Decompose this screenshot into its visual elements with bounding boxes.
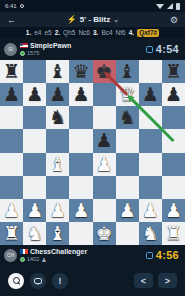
back-arrow-icon[interactable]: ← [7, 15, 16, 25]
square-h6[interactable] [162, 106, 185, 129]
player-row-bottom: CH ChessChallenger 1402 ♟ 4:56 [0, 245, 185, 265]
piece-wp-f2[interactable]: ♟ [119, 201, 136, 220]
player-name[interactable]: SimplePawn [30, 42, 71, 49]
square-h1[interactable]: ♜ [162, 222, 185, 245]
square-b7[interactable]: ♟ [23, 83, 46, 106]
clock-bottom: 4:56 [156, 249, 179, 261]
square-h3[interactable] [162, 176, 185, 199]
move-token[interactable]: Qxf7# [137, 29, 159, 37]
move-token[interactable]: Bc4 [101, 29, 112, 36]
move-token[interactable]: e5 [44, 29, 51, 36]
piece-wp-b2[interactable]: ♟ [26, 201, 43, 220]
square-g2[interactable]: ♟ [139, 199, 162, 222]
square-b1[interactable]: ♞ [23, 222, 46, 245]
square-f2[interactable]: ♟ [116, 199, 139, 222]
chat-bubble-icon [34, 278, 42, 284]
square-c6[interactable]: ♞ [46, 106, 69, 129]
square-d1[interactable] [69, 222, 92, 245]
square-a4[interactable] [0, 153, 23, 176]
piece-br-h8[interactable]: ♜ [165, 62, 182, 81]
magnifier-icon [13, 277, 20, 284]
square-f5[interactable] [116, 129, 139, 152]
player-rating: 1575 [27, 50, 39, 56]
piece-bp-e5[interactable]: ♟ [96, 131, 113, 150]
square-e5[interactable]: ♟ [93, 129, 116, 152]
square-d5[interactable] [69, 129, 92, 152]
square-g6[interactable] [139, 106, 162, 129]
move-token[interactable]: Qh5 [63, 29, 75, 36]
square-e7[interactable] [93, 83, 116, 106]
square-g8[interactable] [139, 60, 162, 83]
fr-flag-icon [20, 249, 28, 254]
piece-wb-c4[interactable]: ♝ [49, 155, 66, 174]
square-c4[interactable]: ♝ [46, 153, 69, 176]
blitz-lightning-icon: ⚡ [67, 15, 77, 24]
notification-icon [20, 4, 24, 8]
alert-button[interactable]: ! [52, 273, 68, 289]
piece-bp-g7[interactable]: ♟ [142, 85, 159, 104]
piece-bp-a7[interactable]: ♟ [3, 85, 20, 104]
square-h5[interactable] [162, 129, 185, 152]
square-c7[interactable]: ♟ [46, 83, 69, 106]
square-h2[interactable]: ♟ [162, 199, 185, 222]
piece-wn-b1[interactable]: ♞ [26, 224, 43, 243]
move-token[interactable]: e4 [34, 29, 41, 36]
clock-icon [146, 252, 153, 259]
square-g1[interactable]: ♞ [139, 222, 162, 245]
move-token[interactable]: 4. [129, 29, 134, 36]
chevron-down-icon: ⌄ [113, 16, 119, 24]
piece-wn-g1[interactable]: ♞ [142, 224, 159, 243]
move-token[interactable]: 3. [93, 29, 98, 36]
game-title-label: 5' - Blitz [80, 15, 110, 24]
move-list: 1.e4e52.Qh5Nc63.Bc4Nf64.Qxf7# [0, 27, 185, 38]
piece-wp-a2[interactable]: ♟ [3, 201, 20, 220]
wifi-icon [156, 4, 164, 9]
square-a8[interactable]: ♜ [0, 60, 23, 83]
signal-icon [167, 3, 173, 9]
piece-bn-f6[interactable]: ♞ [119, 108, 136, 127]
square-e3[interactable] [93, 176, 116, 199]
square-b8[interactable] [23, 60, 46, 83]
piece-bq-d8[interactable]: ♛ [72, 62, 89, 81]
clock-top: 4:54 [156, 43, 179, 55]
piece-bk-e8[interactable]: ♚ [96, 62, 113, 81]
piece-bp-d7[interactable]: ♟ [72, 85, 89, 104]
square-d3[interactable] [69, 176, 92, 199]
piece-wq-f7[interactable]: ♛ [119, 85, 136, 104]
move-token[interactable]: Nc6 [78, 29, 90, 36]
status-bar: 6:41 [0, 0, 185, 12]
battery-icon [176, 3, 180, 10]
square-f1[interactable] [116, 222, 139, 245]
bottom-toolbar: ! < > [0, 265, 185, 296]
square-c5[interactable] [46, 129, 69, 152]
chess-board: ♜♝♛♚♝♜♟♟♟♟♛♟♟♞♞♟♝♟♟♟♟♟♟♟♟♜♞♝♚♞♜ [0, 60, 185, 245]
status-time: 6:41 [5, 3, 17, 9]
avatar[interactable]: CH [4, 249, 17, 262]
piece-bp-c7[interactable]: ♟ [49, 85, 66, 104]
square-a6[interactable] [0, 106, 23, 129]
piece-wr-h1[interactable]: ♜ [165, 224, 182, 243]
square-h4[interactable] [162, 153, 185, 176]
square-b3[interactable] [23, 176, 46, 199]
square-e6[interactable] [93, 106, 116, 129]
piece-wp-d2[interactable]: ♟ [72, 201, 89, 220]
square-g4[interactable] [139, 153, 162, 176]
square-d8[interactable]: ♛ [69, 60, 92, 83]
square-a3[interactable] [0, 176, 23, 199]
chat-button[interactable] [30, 273, 46, 289]
square-a5[interactable] [0, 129, 23, 152]
square-c8[interactable]: ♝ [46, 60, 69, 83]
piece-br-a8[interactable]: ♜ [3, 62, 20, 81]
move-token[interactable]: 2. [55, 29, 60, 36]
exclamation-icon: ! [59, 276, 62, 286]
square-b6[interactable] [23, 106, 46, 129]
square-b4[interactable] [23, 153, 46, 176]
piece-wk-e1[interactable]: ♚ [96, 224, 113, 243]
settings-gear-icon[interactable]: ⚙ [170, 15, 178, 25]
square-d6[interactable] [69, 106, 92, 129]
square-f4[interactable] [116, 153, 139, 176]
captured-pawn-icon: ♟ [41, 256, 46, 263]
avatar[interactable]: SI [4, 43, 17, 56]
flair-icon [20, 51, 25, 56]
square-d4[interactable] [69, 153, 92, 176]
flair-icon [20, 257, 25, 262]
square-b2[interactable]: ♟ [23, 199, 46, 222]
square-d7[interactable]: ♟ [69, 83, 92, 106]
clock-icon [146, 46, 153, 53]
app-bar: ← ⚡ 5' - Blitz ⌄ ⚙ [0, 12, 185, 27]
square-g3[interactable] [139, 176, 162, 199]
piece-bn-c6[interactable]: ♞ [49, 108, 66, 127]
player-row-top: SI SimplePawn 1575 4:54 [0, 38, 185, 60]
piece-wr-a1[interactable]: ♜ [3, 224, 20, 243]
square-e1[interactable]: ♚ [93, 222, 116, 245]
square-c1[interactable]: ♝ [46, 222, 69, 245]
square-a1[interactable]: ♜ [0, 222, 23, 245]
us-flag-icon [20, 43, 28, 48]
piece-wp-h2[interactable]: ♟ [165, 201, 182, 220]
square-e4[interactable]: ♟ [93, 153, 116, 176]
app-screen: 6:41 ← ⚡ 5' - Blitz ⌄ ⚙ 1.e4e52.Qh5Nc63.… [0, 0, 185, 296]
piece-bp-b7[interactable]: ♟ [26, 85, 43, 104]
player-name[interactable]: ChessChallenger [30, 248, 87, 255]
square-b5[interactable] [23, 129, 46, 152]
piece-wp-c2[interactable]: ♟ [49, 201, 66, 220]
piece-wp-e4[interactable]: ♟ [96, 155, 113, 174]
piece-bb-c8[interactable]: ♝ [49, 62, 66, 81]
square-d2[interactable]: ♟ [69, 199, 92, 222]
square-e8[interactable]: ♚ [93, 60, 116, 83]
piece-wb-c1[interactable]: ♝ [49, 224, 66, 243]
square-f3[interactable] [116, 176, 139, 199]
prev-move-button[interactable]: < [134, 273, 153, 288]
move-token[interactable]: 1. [26, 29, 31, 36]
analysis-button[interactable] [8, 273, 24, 289]
player-rating: 1402 [27, 256, 39, 262]
piece-bp-h7[interactable]: ♟ [165, 85, 182, 104]
square-h7[interactable]: ♟ [162, 83, 185, 106]
square-h8[interactable]: ♜ [162, 60, 185, 83]
square-f8[interactable]: ♝ [116, 60, 139, 83]
piece-bb-f8[interactable]: ♝ [119, 62, 136, 81]
square-a2[interactable]: ♟ [0, 199, 23, 222]
square-g7[interactable]: ♟ [139, 83, 162, 106]
square-f7[interactable]: ♛ [116, 83, 139, 106]
square-e2[interactable] [93, 199, 116, 222]
square-f6[interactable]: ♞ [116, 106, 139, 129]
square-g5[interactable] [139, 129, 162, 152]
next-move-button[interactable]: > [158, 273, 177, 288]
move-token[interactable]: Nf6 [116, 29, 126, 36]
game-title[interactable]: ⚡ 5' - Blitz ⌄ [67, 15, 119, 24]
square-a7[interactable]: ♟ [0, 83, 23, 106]
square-c3[interactable] [46, 176, 69, 199]
square-c2[interactable]: ♟ [46, 199, 69, 222]
piece-wp-g2[interactable]: ♟ [142, 201, 159, 220]
